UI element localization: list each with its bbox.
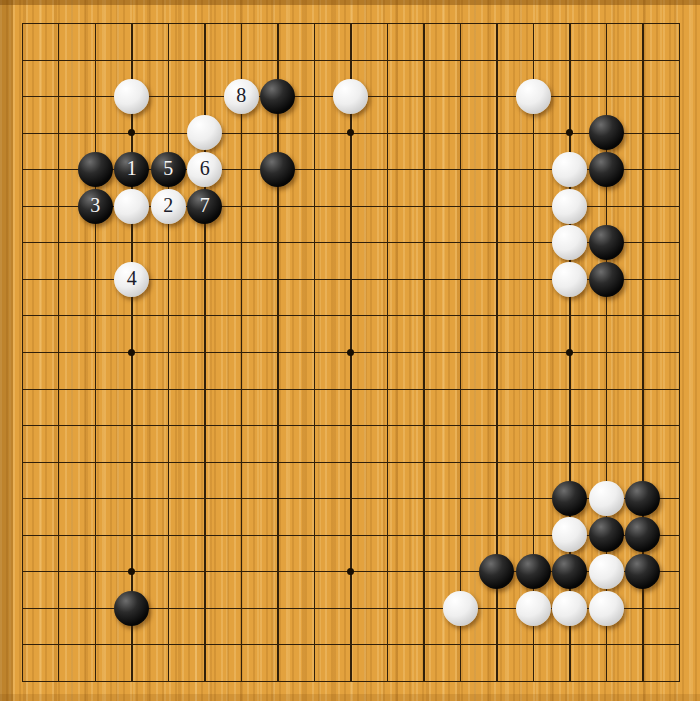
star-point: [347, 568, 354, 575]
black-stone[interactable]: [552, 481, 587, 516]
white-stone[interactable]: [187, 115, 222, 150]
black-stone[interactable]: [516, 554, 551, 589]
black-stone[interactable]: 7: [187, 189, 222, 224]
white-stone[interactable]: [552, 225, 587, 260]
white-stone[interactable]: [552, 591, 587, 626]
white-stone[interactable]: [516, 591, 551, 626]
move-number: 4: [127, 268, 137, 288]
star-point: [566, 349, 573, 356]
black-stone[interactable]: [589, 225, 624, 260]
black-stone[interactable]: [78, 152, 113, 187]
white-stone[interactable]: [114, 189, 149, 224]
white-stone[interactable]: [589, 591, 624, 626]
star-point: [128, 349, 135, 356]
move-number: 5: [163, 158, 173, 178]
white-stone[interactable]: [589, 481, 624, 516]
black-stone[interactable]: [260, 79, 295, 114]
white-stone[interactable]: 2: [151, 189, 186, 224]
black-stone[interactable]: [260, 152, 295, 187]
move-number: 8: [236, 85, 246, 105]
black-stone[interactable]: [589, 152, 624, 187]
move-number: 1: [127, 158, 137, 178]
black-stone[interactable]: [589, 517, 624, 552]
star-point: [128, 129, 135, 136]
white-stone[interactable]: 6: [187, 152, 222, 187]
white-stone[interactable]: [552, 517, 587, 552]
white-stone[interactable]: 8: [224, 79, 259, 114]
black-stone[interactable]: [552, 554, 587, 589]
black-stone[interactable]: [625, 517, 660, 552]
white-stone[interactable]: [114, 79, 149, 114]
board-intersections: 81563274: [4, 5, 698, 699]
white-stone[interactable]: [516, 79, 551, 114]
black-stone[interactable]: [625, 481, 660, 516]
white-stone[interactable]: [552, 152, 587, 187]
black-stone[interactable]: [625, 554, 660, 589]
move-number: 7: [200, 195, 210, 215]
white-stone[interactable]: 4: [114, 262, 149, 297]
black-stone[interactable]: 1: [114, 152, 149, 187]
black-stone[interactable]: [114, 591, 149, 626]
star-point: [347, 349, 354, 356]
move-number: 3: [90, 195, 100, 215]
black-stone[interactable]: 5: [151, 152, 186, 187]
move-number: 2: [163, 195, 173, 215]
white-stone[interactable]: [333, 79, 368, 114]
black-stone[interactable]: [589, 262, 624, 297]
black-stone[interactable]: 3: [78, 189, 113, 224]
white-stone[interactable]: [552, 189, 587, 224]
move-number: 6: [200, 158, 210, 178]
star-point: [566, 129, 573, 136]
black-stone[interactable]: [589, 115, 624, 150]
star-point: [128, 568, 135, 575]
white-stone[interactable]: [552, 262, 587, 297]
white-stone[interactable]: [443, 591, 478, 626]
black-stone[interactable]: [479, 554, 514, 589]
star-point: [347, 129, 354, 136]
go-board[interactable]: 81563274: [0, 0, 700, 701]
white-stone[interactable]: [589, 554, 624, 589]
